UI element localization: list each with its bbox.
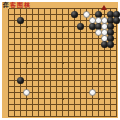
black-stone — [77, 23, 84, 30]
watermark-logo-char: 弈 — [3, 1, 10, 8]
go-board[interactable] — [2, 2, 118, 118]
white-stone — [83, 11, 90, 18]
star-point — [26, 26, 28, 28]
black-stone — [17, 77, 24, 84]
watermark-text: 客围棋 — [10, 1, 31, 8]
star-point — [26, 98, 28, 100]
star-point — [98, 62, 100, 64]
black-stone — [113, 17, 120, 24]
star-point — [26, 62, 28, 64]
black-stone — [107, 41, 114, 48]
star-point — [98, 98, 100, 100]
star-point — [62, 26, 64, 28]
star-point — [62, 62, 64, 64]
triangle-marker — [101, 5, 107, 10]
watermark: 弈客围棋 — [3, 1, 31, 8]
star-point — [62, 98, 64, 100]
black-stone — [71, 11, 78, 18]
go-diagram: 弈客围棋 — [0, 0, 120, 120]
white-stone — [89, 89, 96, 96]
black-stone — [17, 17, 24, 24]
white-stone — [23, 89, 30, 96]
